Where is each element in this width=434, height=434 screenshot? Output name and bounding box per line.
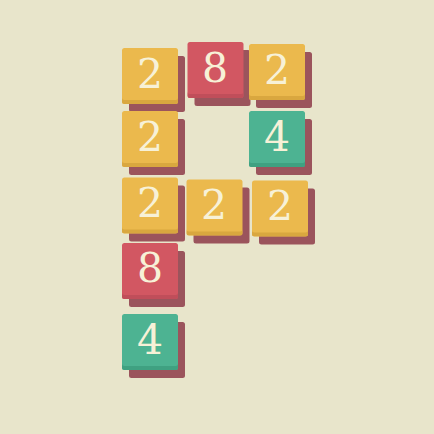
tile-value: 2 xyxy=(137,183,163,224)
tile-value: 4 xyxy=(264,117,290,158)
tile-2-yellow: 2 xyxy=(122,177,178,233)
tile-8-red: 8 xyxy=(187,42,243,98)
tile-2-yellow: 2 xyxy=(122,111,178,167)
tile-value: 2 xyxy=(137,54,163,95)
tile-value: 8 xyxy=(202,48,228,89)
tile-value: 2 xyxy=(137,117,163,158)
tile-value: 2 xyxy=(267,186,293,227)
tile-value: 2 xyxy=(201,185,227,226)
tile-2-yellow: 2 xyxy=(122,48,178,104)
tile-2-yellow: 2 xyxy=(186,179,242,235)
tile-2-yellow: 2 xyxy=(249,44,305,100)
tile-value: 2 xyxy=(264,50,290,91)
tile-value: 8 xyxy=(137,248,163,289)
tile-4-teal: 4 xyxy=(122,314,178,370)
tile-4-teal: 4 xyxy=(249,111,305,167)
app-background: 2822422284 xyxy=(0,0,434,434)
tile-8-red: 8 xyxy=(122,243,178,299)
tile-value: 4 xyxy=(137,320,163,361)
tile-2-yellow: 2 xyxy=(252,180,308,236)
tile-board[interactable]: 2822422284 xyxy=(122,45,307,362)
